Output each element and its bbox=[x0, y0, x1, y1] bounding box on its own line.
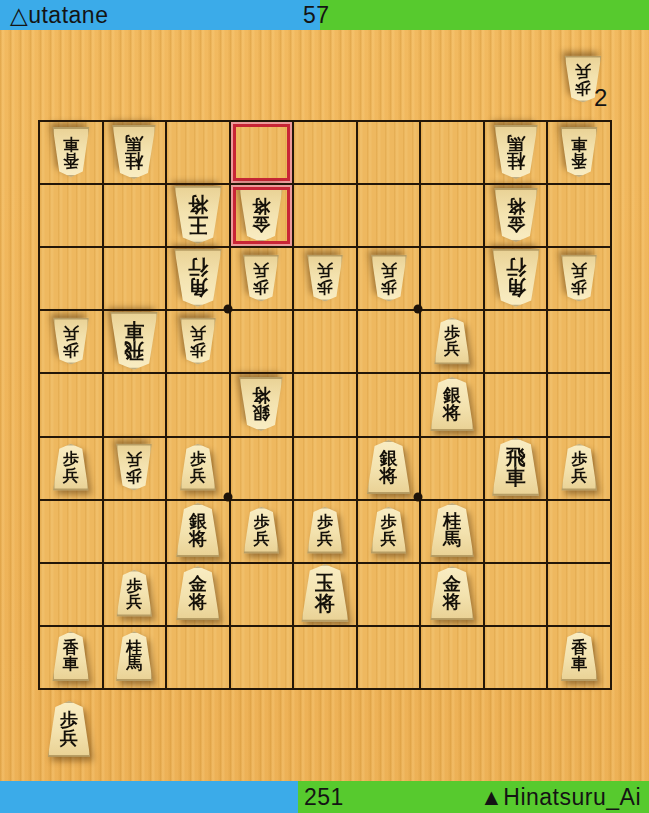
gote-piece-2-3[interactable]: 角 行 bbox=[491, 249, 540, 307]
square-2-7[interactable] bbox=[485, 501, 547, 562]
square-5-4[interactable] bbox=[294, 311, 356, 372]
sente-piece-7-6[interactable]: 歩 兵 bbox=[179, 444, 216, 491]
piece-kanji: 歩 兵 bbox=[253, 514, 269, 547]
square-8-8[interactable]: 歩 兵 bbox=[104, 564, 166, 625]
square-5-6[interactable] bbox=[294, 438, 356, 499]
piece-kanji: 角 行 bbox=[506, 257, 526, 298]
square-6-1[interactable] bbox=[231, 122, 293, 183]
piece-kanji: 香 車 bbox=[63, 640, 79, 673]
piece-kanji: 桂 馬 bbox=[507, 133, 525, 170]
square-3-7[interactable]: 桂 馬 bbox=[421, 501, 483, 562]
square-3-6[interactable] bbox=[421, 438, 483, 499]
sente-piece-3-7[interactable]: 桂 馬 bbox=[430, 503, 475, 557]
square-5-9[interactable] bbox=[294, 627, 356, 688]
sente-piece-5-7[interactable]: 歩 兵 bbox=[306, 507, 343, 554]
sente-piece-9-9[interactable]: 香 車 bbox=[52, 631, 90, 681]
square-8-9[interactable]: 桂 馬 bbox=[104, 627, 166, 688]
piece-kanji: 歩 兵 bbox=[253, 262, 269, 295]
sente-piece-8-9[interactable]: 桂 馬 bbox=[115, 631, 153, 681]
piece-kanji: 歩 兵 bbox=[126, 577, 142, 610]
square-7-4[interactable]: 歩 兵 bbox=[167, 311, 229, 372]
square-4-6[interactable]: 銀 将 bbox=[358, 438, 420, 499]
square-5-2[interactable] bbox=[294, 185, 356, 246]
piece-kanji: 香 車 bbox=[571, 640, 587, 673]
shogi-board: 香 車桂 馬桂 馬香 車王 将金 将金 将角 行歩 兵歩 兵歩 兵角 行歩 兵歩… bbox=[38, 120, 612, 690]
sente-hand-pawn[interactable]: 歩 兵 bbox=[47, 701, 91, 757]
gote-piece-1-3[interactable]: 歩 兵 bbox=[561, 254, 598, 301]
square-8-3[interactable] bbox=[104, 248, 166, 309]
square-4-4[interactable] bbox=[358, 311, 420, 372]
square-7-2[interactable]: 王 将 bbox=[167, 185, 229, 246]
gote-piece-5-3[interactable]: 歩 兵 bbox=[306, 254, 343, 301]
piece-kanji: 金 将 bbox=[507, 196, 525, 233]
sente-piece-4-7[interactable]: 歩 兵 bbox=[370, 507, 407, 554]
square-9-2[interactable] bbox=[40, 185, 102, 246]
sente-piece-4-6[interactable]: 銀 将 bbox=[366, 440, 411, 494]
piece-kanji: 歩 兵 bbox=[444, 325, 460, 358]
star-point bbox=[224, 493, 233, 502]
gote-player-name: △utatane bbox=[10, 0, 108, 30]
square-1-1[interactable]: 香 車 bbox=[548, 122, 610, 183]
star-point bbox=[224, 304, 233, 313]
piece-kanji: 角 行 bbox=[188, 257, 208, 298]
sente-piece-5-8[interactable]: 玉 将 bbox=[300, 564, 349, 622]
square-3-9[interactable] bbox=[421, 627, 483, 688]
square-7-8[interactable]: 金 将 bbox=[167, 564, 229, 625]
piece-kanji: 歩 兵 bbox=[317, 262, 333, 295]
piece-kanji: 歩 兵 bbox=[190, 451, 206, 484]
sente-piece-3-4[interactable]: 歩 兵 bbox=[434, 317, 471, 364]
gote-hand-pawn-kanji: 歩 兵 bbox=[575, 63, 591, 96]
gote-piece-9-1[interactable]: 香 車 bbox=[52, 127, 90, 177]
piece-kanji: 金 将 bbox=[189, 575, 207, 612]
square-2-6[interactable]: 飛 車 bbox=[485, 438, 547, 499]
piece-kanji: 歩 兵 bbox=[63, 451, 79, 484]
piece-kanji: 飛 車 bbox=[124, 320, 144, 361]
sente-hand-pawn-kanji: 歩 兵 bbox=[60, 711, 78, 748]
square-4-1[interactable] bbox=[358, 122, 420, 183]
gote-gauge-remainder bbox=[320, 0, 649, 30]
piece-kanji: 金 将 bbox=[443, 575, 461, 612]
square-4-5[interactable] bbox=[358, 374, 420, 435]
square-5-1[interactable] bbox=[294, 122, 356, 183]
square-1-3[interactable]: 歩 兵 bbox=[548, 248, 610, 309]
square-4-2[interactable] bbox=[358, 185, 420, 246]
piece-kanji: 金 将 bbox=[252, 196, 270, 233]
sente-clock-seconds: 251 bbox=[304, 781, 344, 813]
square-6-8[interactable] bbox=[231, 564, 293, 625]
square-3-2[interactable] bbox=[421, 185, 483, 246]
square-2-9[interactable] bbox=[485, 627, 547, 688]
square-6-4[interactable] bbox=[231, 311, 293, 372]
sente-piece-2-6[interactable]: 飛 車 bbox=[491, 438, 540, 496]
sente-piece-3-8[interactable]: 金 将 bbox=[430, 566, 475, 620]
gote-hand-pawn-count: 2 bbox=[594, 84, 607, 112]
square-3-8[interactable]: 金 将 bbox=[421, 564, 483, 625]
gote-piece-7-3[interactable]: 角 行 bbox=[173, 249, 222, 307]
square-5-3[interactable]: 歩 兵 bbox=[294, 248, 356, 309]
square-8-5[interactable] bbox=[104, 374, 166, 435]
gote-piece-6-5[interactable]: 銀 将 bbox=[239, 377, 284, 431]
piece-kanji: 銀 将 bbox=[189, 512, 207, 549]
sente-piece-3-5[interactable]: 銀 将 bbox=[430, 377, 475, 431]
square-6-7[interactable]: 歩 兵 bbox=[231, 501, 293, 562]
square-9-1[interactable]: 香 車 bbox=[40, 122, 102, 183]
gote-piece-4-3[interactable]: 歩 兵 bbox=[370, 254, 407, 301]
sente-piece-1-6[interactable]: 歩 兵 bbox=[561, 444, 598, 491]
square-2-4[interactable] bbox=[485, 311, 547, 372]
square-8-2[interactable] bbox=[104, 185, 166, 246]
square-3-4[interactable]: 歩 兵 bbox=[421, 311, 483, 372]
square-8-4[interactable]: 飛 車 bbox=[104, 311, 166, 372]
piece-kanji: 香 車 bbox=[63, 135, 79, 168]
square-6-5[interactable]: 銀 将 bbox=[231, 374, 293, 435]
square-1-2[interactable] bbox=[548, 185, 610, 246]
piece-kanji: 桂 馬 bbox=[443, 512, 461, 549]
gote-piece-8-1[interactable]: 桂 馬 bbox=[112, 124, 157, 178]
square-5-8[interactable]: 玉 将 bbox=[294, 564, 356, 625]
piece-kanji: 歩 兵 bbox=[381, 514, 397, 547]
piece-kanji: 王 将 bbox=[188, 194, 208, 235]
sente-piece-7-8[interactable]: 金 将 bbox=[175, 566, 220, 620]
piece-kanji: 玉 将 bbox=[315, 573, 335, 614]
square-9-5[interactable] bbox=[40, 374, 102, 435]
sente-piece-6-7[interactable]: 歩 兵 bbox=[243, 507, 280, 554]
square-8-1[interactable]: 桂 馬 bbox=[104, 122, 166, 183]
gote-piece-1-1[interactable]: 香 車 bbox=[560, 127, 598, 177]
gote-piece-6-3[interactable]: 歩 兵 bbox=[243, 254, 280, 301]
square-6-9[interactable] bbox=[231, 627, 293, 688]
piece-kanji: 歩 兵 bbox=[571, 262, 587, 295]
square-9-6[interactable]: 歩 兵 bbox=[40, 438, 102, 499]
square-4-7[interactable]: 歩 兵 bbox=[358, 501, 420, 562]
square-7-9[interactable] bbox=[167, 627, 229, 688]
square-4-9[interactable] bbox=[358, 627, 420, 688]
piece-kanji: 歩 兵 bbox=[63, 325, 79, 358]
piece-kanji: 銀 将 bbox=[380, 449, 398, 486]
square-3-3[interactable] bbox=[421, 248, 483, 309]
gote-clock-seconds: 57 bbox=[303, 0, 330, 30]
gote-piece-9-4[interactable]: 歩 兵 bbox=[52, 317, 89, 364]
square-1-9[interactable]: 香 車 bbox=[548, 627, 610, 688]
square-8-6[interactable]: 歩 兵 bbox=[104, 438, 166, 499]
sente-piece-8-8[interactable]: 歩 兵 bbox=[116, 570, 153, 617]
piece-kanji: 歩 兵 bbox=[317, 514, 333, 547]
piece-kanji: 桂 馬 bbox=[125, 133, 143, 170]
piece-kanji: 銀 将 bbox=[252, 386, 270, 423]
sente-piece-7-7[interactable]: 銀 将 bbox=[175, 503, 220, 557]
sente-player-name: ▲Hinatsuru_Ai bbox=[480, 781, 641, 813]
square-9-4[interactable]: 歩 兵 bbox=[40, 311, 102, 372]
square-2-5[interactable] bbox=[485, 374, 547, 435]
square-4-8[interactable] bbox=[358, 564, 420, 625]
square-1-4[interactable] bbox=[548, 311, 610, 372]
square-1-6[interactable]: 歩 兵 bbox=[548, 438, 610, 499]
square-2-3[interactable]: 角 行 bbox=[485, 248, 547, 309]
square-7-6[interactable]: 歩 兵 bbox=[167, 438, 229, 499]
gote-piece-6-2[interactable]: 金 将 bbox=[239, 188, 284, 242]
star-point bbox=[414, 304, 423, 313]
square-1-5[interactable] bbox=[548, 374, 610, 435]
square-9-7[interactable] bbox=[40, 501, 102, 562]
square-7-3[interactable]: 角 行 bbox=[167, 248, 229, 309]
square-6-6[interactable] bbox=[231, 438, 293, 499]
square-1-7[interactable] bbox=[548, 501, 610, 562]
gote-piece-7-4[interactable]: 歩 兵 bbox=[179, 317, 216, 364]
gote-piece-2-1[interactable]: 桂 馬 bbox=[493, 124, 538, 178]
piece-kanji: 桂 馬 bbox=[126, 640, 142, 673]
gote-piece-2-2[interactable]: 金 将 bbox=[493, 188, 538, 242]
square-7-5[interactable] bbox=[167, 374, 229, 435]
piece-kanji: 銀 将 bbox=[443, 386, 461, 423]
sente-piece-9-6[interactable]: 歩 兵 bbox=[52, 444, 89, 491]
sente-time-gauge bbox=[0, 781, 298, 813]
piece-kanji: 歩 兵 bbox=[571, 451, 587, 484]
square-9-9[interactable]: 香 車 bbox=[40, 627, 102, 688]
square-2-8[interactable] bbox=[485, 564, 547, 625]
square-7-1[interactable] bbox=[167, 122, 229, 183]
square-4-3[interactable]: 歩 兵 bbox=[358, 248, 420, 309]
piece-kanji: 歩 兵 bbox=[126, 451, 142, 484]
piece-kanji: 歩 兵 bbox=[381, 262, 397, 295]
star-point bbox=[414, 493, 423, 502]
square-8-7[interactable] bbox=[104, 501, 166, 562]
square-5-5[interactable] bbox=[294, 374, 356, 435]
square-2-1[interactable]: 桂 馬 bbox=[485, 122, 547, 183]
square-9-3[interactable] bbox=[40, 248, 102, 309]
piece-kanji: 飛 車 bbox=[506, 447, 526, 488]
square-1-8[interactable] bbox=[548, 564, 610, 625]
piece-kanji: 香 車 bbox=[571, 135, 587, 168]
sente-piece-1-9[interactable]: 香 車 bbox=[560, 631, 598, 681]
square-7-7[interactable]: 銀 将 bbox=[167, 501, 229, 562]
square-3-1[interactable] bbox=[421, 122, 483, 183]
square-6-3[interactable]: 歩 兵 bbox=[231, 248, 293, 309]
piece-kanji: 歩 兵 bbox=[190, 325, 206, 358]
square-3-5[interactable]: 銀 将 bbox=[421, 374, 483, 435]
square-2-2[interactable]: 金 将 bbox=[485, 185, 547, 246]
square-6-2[interactable]: 金 将 bbox=[231, 185, 293, 246]
square-5-7[interactable]: 歩 兵 bbox=[294, 501, 356, 562]
gote-piece-8-6[interactable]: 歩 兵 bbox=[116, 444, 153, 491]
shogi-app: △utatane 57 歩 兵 2 香 車桂 馬桂 馬香 車王 将金 将金 将角… bbox=[0, 0, 649, 813]
square-9-8[interactable] bbox=[40, 564, 102, 625]
gote-piece-8-4[interactable]: 飛 車 bbox=[110, 312, 159, 370]
gote-piece-7-2[interactable]: 王 将 bbox=[173, 185, 222, 243]
